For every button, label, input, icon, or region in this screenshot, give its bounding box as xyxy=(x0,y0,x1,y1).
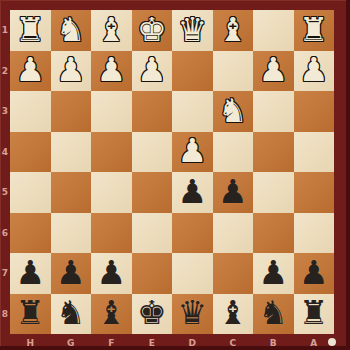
square-e7[interactable] xyxy=(132,253,173,294)
white-pawn[interactable]: ♟ xyxy=(137,53,167,86)
square-f1[interactable]: ♝ xyxy=(91,10,132,51)
square-d1[interactable]: ♛ xyxy=(172,10,213,51)
square-h7[interactable]: ♟ xyxy=(10,253,51,294)
black-pawn[interactable]: ♟ xyxy=(56,256,86,289)
square-a6[interactable] xyxy=(294,213,335,254)
square-c5[interactable]: ♟ xyxy=(213,172,254,213)
square-h5[interactable] xyxy=(10,172,51,213)
rank-label-2: 2 xyxy=(0,51,10,92)
file-label-h: H xyxy=(10,336,51,349)
square-c8[interactable]: ♝ xyxy=(213,294,254,335)
black-pawn[interactable]: ♟ xyxy=(96,256,126,289)
square-e3[interactable] xyxy=(132,91,173,132)
square-d8[interactable]: ♛ xyxy=(172,294,213,335)
white-rook[interactable]: ♜ xyxy=(299,13,329,46)
square-b1[interactable] xyxy=(253,10,294,51)
square-e1[interactable]: ♚ xyxy=(132,10,173,51)
white-rook[interactable]: ♜ xyxy=(15,13,45,46)
rank-label-3: 3 xyxy=(0,91,10,132)
square-b6[interactable] xyxy=(253,213,294,254)
square-c4[interactable] xyxy=(213,132,254,173)
square-h1[interactable]: ♜ xyxy=(10,10,51,51)
file-label-c: C xyxy=(213,336,254,349)
white-knight[interactable]: ♞ xyxy=(56,13,86,46)
square-d2[interactable] xyxy=(172,51,213,92)
square-d3[interactable] xyxy=(172,91,213,132)
file-label-e: E xyxy=(132,336,173,349)
rank-label-4: 4 xyxy=(0,132,10,173)
black-knight[interactable]: ♞ xyxy=(56,296,86,329)
square-c3[interactable]: ♞ xyxy=(213,91,254,132)
square-h6[interactable] xyxy=(10,213,51,254)
square-a3[interactable] xyxy=(294,91,335,132)
rank-label-5: 5 xyxy=(0,172,10,213)
square-h8[interactable]: ♜ xyxy=(10,294,51,335)
square-c1[interactable]: ♝ xyxy=(213,10,254,51)
black-pawn[interactable]: ♟ xyxy=(15,256,45,289)
square-b3[interactable] xyxy=(253,91,294,132)
square-f2[interactable]: ♟ xyxy=(91,51,132,92)
black-pawn[interactable]: ♟ xyxy=(258,256,288,289)
black-pawn[interactable]: ♟ xyxy=(218,175,248,208)
black-rook[interactable]: ♜ xyxy=(15,296,45,329)
white-bishop[interactable]: ♝ xyxy=(96,13,126,46)
square-b2[interactable]: ♟ xyxy=(253,51,294,92)
square-c2[interactable] xyxy=(213,51,254,92)
file-label-d: D xyxy=(172,336,213,349)
square-d4[interactable]: ♟ xyxy=(172,132,213,173)
chess-board-frame: ♜♞♝♚♛♝♜♟♟♟♟♟♟♞♟♟♟♟♟♟♟♟♜♞♝♚♛♝♞♜ 12345678 … xyxy=(0,0,350,350)
square-g6[interactable] xyxy=(51,213,92,254)
square-g1[interactable]: ♞ xyxy=(51,10,92,51)
square-d5[interactable]: ♟ xyxy=(172,172,213,213)
white-queen[interactable]: ♛ xyxy=(177,13,207,46)
black-knight[interactable]: ♞ xyxy=(258,296,288,329)
square-a8[interactable]: ♜ xyxy=(294,294,335,335)
square-g3[interactable] xyxy=(51,91,92,132)
white-pawn[interactable]: ♟ xyxy=(177,134,207,167)
white-pawn[interactable]: ♟ xyxy=(258,53,288,86)
black-king[interactable]: ♚ xyxy=(137,296,167,329)
square-e4[interactable] xyxy=(132,132,173,173)
square-a1[interactable]: ♜ xyxy=(294,10,335,51)
square-b7[interactable]: ♟ xyxy=(253,253,294,294)
square-h4[interactable] xyxy=(10,132,51,173)
square-a5[interactable] xyxy=(294,172,335,213)
square-a7[interactable]: ♟ xyxy=(294,253,335,294)
chess-board: ♜♞♝♚♛♝♜♟♟♟♟♟♟♞♟♟♟♟♟♟♟♟♜♞♝♚♛♝♞♜ xyxy=(10,10,334,334)
square-d7[interactable] xyxy=(172,253,213,294)
white-knight[interactable]: ♞ xyxy=(218,94,248,127)
square-e5[interactable] xyxy=(132,172,173,213)
white-pawn[interactable]: ♟ xyxy=(96,53,126,86)
white-pawn[interactable]: ♟ xyxy=(15,53,45,86)
rank-label-6: 6 xyxy=(0,213,10,254)
square-b8[interactable]: ♞ xyxy=(253,294,294,335)
rank-label-7: 7 xyxy=(0,253,10,294)
square-d6[interactable] xyxy=(172,213,213,254)
square-c6[interactable] xyxy=(213,213,254,254)
square-e8[interactable]: ♚ xyxy=(132,294,173,335)
square-b5[interactable] xyxy=(253,172,294,213)
black-queen[interactable]: ♛ xyxy=(177,296,207,329)
square-g4[interactable] xyxy=(51,132,92,173)
file-label-f: F xyxy=(91,336,132,349)
square-f6[interactable] xyxy=(91,213,132,254)
square-h2[interactable]: ♟ xyxy=(10,51,51,92)
square-e6[interactable] xyxy=(132,213,173,254)
square-g8[interactable]: ♞ xyxy=(51,294,92,335)
square-a2[interactable]: ♟ xyxy=(294,51,335,92)
white-pawn[interactable]: ♟ xyxy=(299,53,329,86)
square-f5[interactable] xyxy=(91,172,132,213)
file-label-g: G xyxy=(51,336,92,349)
square-e2[interactable]: ♟ xyxy=(132,51,173,92)
square-g2[interactable]: ♟ xyxy=(51,51,92,92)
white-king[interactable]: ♚ xyxy=(137,13,167,46)
side-to-move-indicator xyxy=(328,338,336,346)
rank-label-1: 1 xyxy=(0,10,10,51)
square-b4[interactable] xyxy=(253,132,294,173)
square-f3[interactable] xyxy=(91,91,132,132)
square-g5[interactable] xyxy=(51,172,92,213)
rank-label-8: 8 xyxy=(0,294,10,335)
square-a4[interactable] xyxy=(294,132,335,173)
file-label-b: B xyxy=(253,336,294,349)
square-f7[interactable]: ♟ xyxy=(91,253,132,294)
black-bishop[interactable]: ♝ xyxy=(218,296,248,329)
square-f4[interactable] xyxy=(91,132,132,173)
square-g7[interactable]: ♟ xyxy=(51,253,92,294)
white-pawn[interactable]: ♟ xyxy=(56,53,86,86)
black-pawn[interactable]: ♟ xyxy=(177,175,207,208)
square-c7[interactable] xyxy=(213,253,254,294)
white-bishop[interactable]: ♝ xyxy=(218,13,248,46)
black-rook[interactable]: ♜ xyxy=(299,296,329,329)
square-f8[interactable]: ♝ xyxy=(91,294,132,335)
square-h3[interactable] xyxy=(10,91,51,132)
black-bishop[interactable]: ♝ xyxy=(96,296,126,329)
black-pawn[interactable]: ♟ xyxy=(299,256,329,289)
